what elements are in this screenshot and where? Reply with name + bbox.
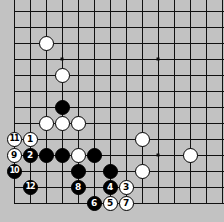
move-number: 11	[9, 135, 18, 143]
stone-white-D6	[55, 116, 70, 131]
stone-black-D4	[55, 148, 70, 163]
move-number: 9	[11, 151, 17, 160]
stone-white-C11	[39, 36, 54, 51]
stone-white-E6	[71, 116, 86, 131]
move-number: 8	[75, 183, 81, 192]
stone-black-B2: 12	[23, 180, 38, 195]
move-number: 4	[107, 183, 113, 192]
move-number: 7	[123, 199, 129, 208]
stone-white-J5	[135, 132, 150, 147]
stone-white-A4: 9	[7, 148, 22, 163]
stone-white-J3	[135, 164, 150, 179]
stone-white-C6	[39, 116, 54, 131]
stone-black-A3: 10	[7, 164, 22, 179]
stone-white-H2: 3	[119, 180, 134, 195]
stone-black-B4: 2	[23, 148, 38, 163]
stone-black-F1: 6	[87, 196, 102, 211]
stone-white-E4	[71, 148, 86, 163]
go-board: 111921012843657	[6, 3, 224, 211]
move-number: 3	[123, 183, 129, 192]
go-board-diagram: 111921012843657	[0, 0, 224, 222]
stone-black-D7	[55, 100, 70, 115]
stone-white-D9	[55, 68, 70, 83]
stone-white-M4	[183, 148, 198, 163]
stone-white-H1: 7	[119, 196, 134, 211]
move-number: 10	[9, 167, 18, 175]
stone-black-E3	[71, 164, 86, 179]
move-number: 1	[27, 135, 33, 144]
stone-white-G1: 5	[103, 196, 118, 211]
move-number: 12	[25, 183, 34, 191]
stone-black-C4	[39, 148, 54, 163]
stone-black-G3	[103, 164, 118, 179]
move-number: 5	[107, 199, 113, 208]
move-number: 6	[91, 199, 97, 208]
stone-black-E2: 8	[71, 180, 86, 195]
move-number: 2	[27, 151, 33, 160]
stone-black-F4	[87, 148, 102, 163]
stone-black-G2: 4	[103, 180, 118, 195]
stone-white-A5: 11	[7, 132, 22, 147]
stone-white-B5: 1	[23, 132, 38, 147]
